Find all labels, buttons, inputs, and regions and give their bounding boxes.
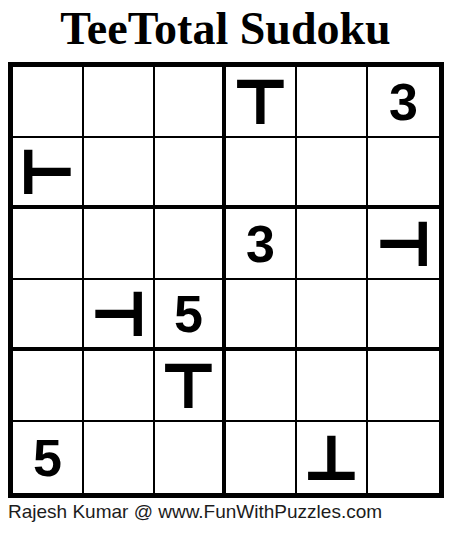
cell-r4c4[interactable] xyxy=(226,280,297,351)
cell-r3c6[interactable]: ⊣ xyxy=(368,209,439,280)
cell-r5c6[interactable] xyxy=(368,351,439,422)
cell-r6c6[interactable] xyxy=(368,422,439,493)
cell-r5c5[interactable] xyxy=(297,351,368,422)
given-digit: 5 xyxy=(174,288,203,340)
cell-r2c4[interactable] xyxy=(226,138,297,209)
cell-r5c3[interactable]: ⊤ xyxy=(155,351,226,422)
cell-r2c1[interactable]: ⊢ xyxy=(13,138,84,209)
cell-r1c6[interactable]: 3 xyxy=(368,67,439,138)
cell-r2c5[interactable] xyxy=(297,138,368,209)
cell-r5c1[interactable] xyxy=(13,351,84,422)
cell-r3c3[interactable] xyxy=(155,209,226,280)
puzzle-title: TeeTotal Sudoku xyxy=(0,0,451,60)
cell-r4c5[interactable] xyxy=(297,280,368,351)
tee-clue: ⊣ xyxy=(376,214,431,274)
cell-r1c1[interactable] xyxy=(13,67,84,138)
cell-r6c2[interactable] xyxy=(84,422,155,493)
cell-r5c4[interactable] xyxy=(226,351,297,422)
cell-r6c5[interactable]: ⊥ xyxy=(297,422,368,493)
cell-r4c1[interactable] xyxy=(13,280,84,351)
cell-r3c5[interactable] xyxy=(297,209,368,280)
cell-r6c1[interactable]: 5 xyxy=(13,422,84,493)
cell-r4c6[interactable] xyxy=(368,280,439,351)
cell-r2c3[interactable] xyxy=(155,138,226,209)
cell-r2c2[interactable] xyxy=(84,138,155,209)
tee-clue: ⊣ xyxy=(91,284,146,344)
puzzle-page: TeeTotal Sudoku ⊤3⊢3⊣⊣5⊤5⊥ Rajesh Kumar … xyxy=(0,0,451,533)
cell-r1c4[interactable]: ⊤ xyxy=(226,67,297,138)
tee-clue: ⊥ xyxy=(304,428,359,488)
cell-r2c6[interactable] xyxy=(368,138,439,209)
tee-clue: ⊢ xyxy=(20,142,75,202)
tee-clue: ⊤ xyxy=(233,72,288,132)
cell-r6c3[interactable] xyxy=(155,422,226,493)
cell-r1c3[interactable] xyxy=(155,67,226,138)
cell-r3c1[interactable] xyxy=(13,209,84,280)
given-digit: 5 xyxy=(33,432,62,484)
cell-r3c2[interactable] xyxy=(84,209,155,280)
cell-r6c4[interactable] xyxy=(226,422,297,493)
sudoku-grid: ⊤3⊢3⊣⊣5⊤5⊥ xyxy=(8,62,444,498)
cell-r4c2[interactable]: ⊣ xyxy=(84,280,155,351)
cell-r5c2[interactable] xyxy=(84,351,155,422)
tee-clue: ⊤ xyxy=(161,356,216,416)
cell-r4c3[interactable]: 5 xyxy=(155,280,226,351)
given-digit: 3 xyxy=(246,218,275,270)
cell-r1c2[interactable] xyxy=(84,67,155,138)
cell-r3c4[interactable]: 3 xyxy=(226,209,297,280)
cell-r1c5[interactable] xyxy=(297,67,368,138)
footer-credit: Rajesh Kumar @ www.FunWithPuzzles.com xyxy=(8,501,382,523)
given-digit: 3 xyxy=(389,76,418,128)
